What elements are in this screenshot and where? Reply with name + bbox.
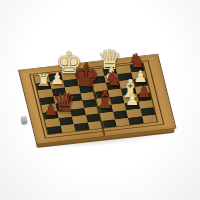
cream-pawn-g3: ♟ [125, 92, 139, 108]
cream-pawn-b7: ♟ [50, 71, 64, 87]
cream-rook-a7: ♜ [36, 72, 51, 89]
pieces-layer: ♚♛♞♜♟♟♚♞♟♝♟♟♛♝♟ [0, 0, 200, 200]
red-pawn-a3: ♟ [44, 102, 58, 118]
chess-set-photo: ♚♛♞♜♟♟♚♞♟♝♟♟♛♝♟ [0, 0, 200, 200]
red-bishop-e3: ♝ [94, 87, 116, 112]
